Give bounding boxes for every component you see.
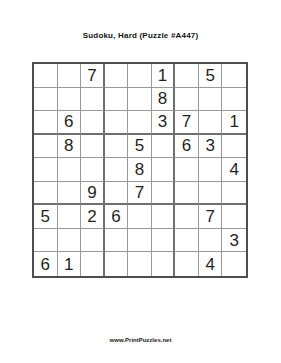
cell-r9c2: 1 [58,252,82,276]
cell-r9c3 [81,252,105,276]
cell-r4c6 [152,135,176,159]
cell-r3c7: 7 [175,111,199,135]
cell-r6c9 [222,182,246,206]
sudoku-print-page: Sudoku, Hard (Puzzle #A447) 715863718563… [0,0,281,363]
cell-r7c7 [175,205,199,229]
cell-r6c1 [34,182,58,206]
puzzle-title: Sudoku, Hard (Puzzle #A447) [0,31,281,40]
cell-r7c3: 2 [81,205,105,229]
cell-r6c4 [105,182,129,206]
cell-r3c2: 6 [58,111,82,135]
cell-r6c8 [199,182,223,206]
cell-r4c5: 5 [128,135,152,159]
cell-r3c1 [34,111,58,135]
cell-r1c8: 5 [199,64,223,88]
cell-r2c4 [105,88,129,112]
cell-r9c1: 6 [34,252,58,276]
cell-r9c7 [175,252,199,276]
cell-r7c2 [58,205,82,229]
cell-r5c5: 8 [128,158,152,182]
cell-r7c6 [152,205,176,229]
cell-r2c7 [175,88,199,112]
cell-r1c9 [222,64,246,88]
cell-r1c5 [128,64,152,88]
cell-r1c6: 1 [152,64,176,88]
cell-r2c3 [81,88,105,112]
cell-r4c2: 8 [58,135,82,159]
cell-r2c2 [58,88,82,112]
cell-r9c5 [128,252,152,276]
cell-r5c9: 4 [222,158,246,182]
cell-r5c3 [81,158,105,182]
footer-url: www.PrintPuzzles.net [0,337,281,343]
cell-r3c8 [199,111,223,135]
cell-r3c6: 3 [152,111,176,135]
cell-r5c7 [175,158,199,182]
cell-r3c5 [128,111,152,135]
cell-r1c1 [34,64,58,88]
cell-r6c3: 9 [81,182,105,206]
sudoku-board: 715863718563849752673614 [32,62,248,278]
cell-r4c4 [105,135,129,159]
cell-r2c6: 8 [152,88,176,112]
cell-r4c1 [34,135,58,159]
cell-r1c4 [105,64,129,88]
cell-r1c3: 7 [81,64,105,88]
cell-r4c7: 6 [175,135,199,159]
cell-r6c2 [58,182,82,206]
cell-r4c3 [81,135,105,159]
cell-r8c8 [199,229,223,253]
cell-r8c9: 3 [222,229,246,253]
cell-r4c9 [222,135,246,159]
cell-r3c4 [105,111,129,135]
cell-r8c5 [128,229,152,253]
cell-r8c6 [152,229,176,253]
cell-r5c6 [152,158,176,182]
cell-r7c5 [128,205,152,229]
cell-r3c9: 1 [222,111,246,135]
cell-r1c2 [58,64,82,88]
cell-r7c9 [222,205,246,229]
cell-r2c9 [222,88,246,112]
cell-r9c4 [105,252,129,276]
cell-r8c2 [58,229,82,253]
cell-r2c1 [34,88,58,112]
cell-r6c7 [175,182,199,206]
cell-r4c8: 3 [199,135,223,159]
cell-r8c3 [81,229,105,253]
cell-r3c3 [81,111,105,135]
cell-r7c8: 7 [199,205,223,229]
cell-r5c8 [199,158,223,182]
cell-r9c8: 4 [199,252,223,276]
cell-r6c6 [152,182,176,206]
cell-r9c6 [152,252,176,276]
cell-r7c4: 6 [105,205,129,229]
cell-r7c1: 5 [34,205,58,229]
cell-r5c1 [34,158,58,182]
cell-r9c9 [222,252,246,276]
cell-r8c4 [105,229,129,253]
cell-r8c1 [34,229,58,253]
cell-r8c7 [175,229,199,253]
cell-r5c2 [58,158,82,182]
cell-r5c4 [105,158,129,182]
cell-r1c7 [175,64,199,88]
cell-r2c5 [128,88,152,112]
cell-r2c8 [199,88,223,112]
cell-r6c5: 7 [128,182,152,206]
